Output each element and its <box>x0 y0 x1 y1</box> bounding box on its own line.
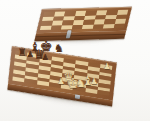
open-chess-board <box>7 46 116 106</box>
board-square <box>73 86 85 92</box>
case-front-edge <box>34 31 126 41</box>
board-square <box>113 23 125 28</box>
board-square <box>97 90 109 96</box>
board-square <box>12 77 24 83</box>
board-square <box>61 84 73 90</box>
board-square <box>37 81 49 87</box>
case-lid-seam <box>35 34 125 37</box>
board-square <box>24 79 36 85</box>
board-square <box>49 83 61 89</box>
board-square <box>85 88 97 94</box>
case-lid-grid <box>40 10 128 30</box>
case-checkered-lid <box>36 7 132 34</box>
closed-chess-case <box>34 7 132 42</box>
board-clasp-latch-icon <box>75 94 80 99</box>
chess-set-product-photo: ♜♟♝♛♚♟♞♟♛♚♞♝♟♟ <box>0 0 150 121</box>
